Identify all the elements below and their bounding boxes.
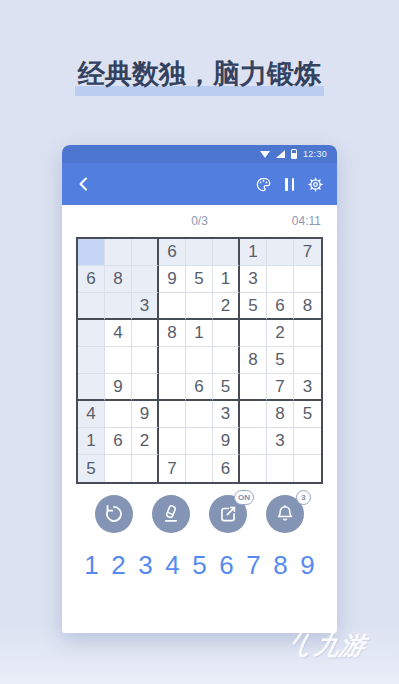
sudoku-cell-r2c3[interactable] (132, 266, 159, 293)
sudoku-cell-r4c8[interactable]: 2 (267, 320, 294, 347)
pause-icon (285, 178, 294, 191)
sudoku-cell-r6c9[interactable]: 3 (294, 374, 321, 401)
undo-icon (103, 503, 125, 525)
sudoku-cell-r3c2[interactable] (105, 293, 132, 320)
numpad-8[interactable]: 8 (267, 550, 294, 581)
sudoku-cell-r1c6[interactable] (213, 239, 240, 266)
sudoku-cell-r4c6[interactable] (213, 320, 240, 347)
action-bar: ON 3 (62, 495, 337, 533)
sudoku-cell-r7c7[interactable] (240, 401, 267, 428)
palette-icon (255, 176, 272, 193)
sudoku-cell-r6c4[interactable] (159, 374, 186, 401)
sudoku-cell-r8c1[interactable]: 1 (78, 428, 105, 455)
sudoku-cell-r1c4[interactable]: 6 (159, 239, 186, 266)
hint-button[interactable]: 3 (266, 495, 304, 533)
sudoku-cell-r4c4[interactable]: 8 (159, 320, 186, 347)
sudoku-cell-r2c1[interactable]: 6 (78, 266, 105, 293)
phone-mockup: 12:30 (62, 145, 337, 633)
app-header: 12:30 (62, 145, 337, 205)
sudoku-cell-r5c3[interactable] (132, 347, 159, 374)
numpad-2[interactable]: 2 (105, 550, 132, 581)
watermark: 九游 (285, 629, 368, 662)
sudoku-cell-r4c1[interactable] (78, 320, 105, 347)
sudoku-cell-r2c6[interactable]: 1 (213, 266, 240, 293)
sudoku-cell-r5c4[interactable] (159, 347, 186, 374)
sudoku-cell-r6c5[interactable]: 6 (186, 374, 213, 401)
sudoku-cell-r6c7[interactable] (240, 374, 267, 401)
watermark-text: 九游 (311, 629, 368, 662)
sudoku-cell-r3c8[interactable]: 6 (267, 293, 294, 320)
sudoku-cell-r3c6[interactable]: 2 (213, 293, 240, 320)
sudoku-cell-r8c2[interactable]: 6 (105, 428, 132, 455)
sudoku-cell-r9c6[interactable]: 6 (213, 455, 240, 482)
sudoku-cell-r3c1[interactable] (78, 293, 105, 320)
numpad: 123456789 (78, 550, 321, 581)
back-chevron-icon (75, 175, 93, 193)
sudoku-cell-r6c2[interactable]: 9 (105, 374, 132, 401)
sudoku-cell-r2c4[interactable]: 9 (159, 266, 186, 293)
battery-icon (291, 149, 297, 159)
sudoku-cell-r2c2[interactable]: 8 (105, 266, 132, 293)
sudoku-cell-r7c9[interactable]: 5 (294, 401, 321, 428)
sudoku-cell-r7c2[interactable] (105, 401, 132, 428)
timer: 04:11 (292, 214, 321, 228)
sudoku-cell-r7c8[interactable]: 8 (267, 401, 294, 428)
status-time: 12:30 (303, 149, 327, 159)
signal-icon (276, 150, 285, 158)
page-title-wrap: 经典数独，脑力锻炼 (0, 56, 399, 92)
sudoku-grid: 61768951332568481285965734938516293576 (76, 237, 323, 484)
notes-icon (217, 503, 239, 525)
sudoku-cell-r5c1[interactable] (78, 347, 105, 374)
sudoku-cell-r4c2[interactable]: 4 (105, 320, 132, 347)
gear-icon (307, 176, 324, 193)
sudoku-cell-r7c3[interactable]: 9 (132, 401, 159, 428)
wifi-icon (260, 151, 270, 158)
sudoku-cell-r4c9[interactable] (294, 320, 321, 347)
sudoku-cell-r7c5[interactable] (186, 401, 213, 428)
sudoku-cell-r3c9[interactable]: 8 (294, 293, 321, 320)
sudoku-cell-r6c3[interactable] (132, 374, 159, 401)
undo-button[interactable] (95, 495, 133, 533)
sudoku-cell-r4c3[interactable] (132, 320, 159, 347)
page-title-text: 经典数独，脑力锻炼 (78, 59, 321, 89)
eraser-button[interactable] (152, 495, 190, 533)
page: 经典数独，脑力锻炼 12:30 (0, 0, 399, 684)
sudoku-cell-r7c6[interactable]: 3 (213, 401, 240, 428)
page-title: 经典数独，脑力锻炼 (78, 56, 321, 92)
eraser-icon (160, 503, 182, 525)
sudoku-cell-r1c1[interactable] (78, 239, 105, 266)
sudoku-cell-r1c8[interactable] (267, 239, 294, 266)
sudoku-cell-r1c3[interactable] (132, 239, 159, 266)
sudoku-cell-r1c5[interactable] (186, 239, 213, 266)
sudoku-cell-r9c7[interactable] (240, 455, 267, 482)
numpad-6[interactable]: 6 (213, 550, 240, 581)
sudoku-cell-r3c7[interactable]: 5 (240, 293, 267, 320)
theme-button[interactable] (255, 176, 272, 193)
sudoku-cell-r9c3[interactable] (132, 455, 159, 482)
sudoku-cell-r5c8[interactable]: 5 (267, 347, 294, 374)
numpad-4[interactable]: 4 (159, 550, 186, 581)
sudoku-cell-r6c8[interactable]: 7 (267, 374, 294, 401)
toolbar-right (255, 176, 324, 193)
sudoku-cell-r5c2[interactable] (105, 347, 132, 374)
sudoku-cell-r3c4[interactable] (159, 293, 186, 320)
numpad-7[interactable]: 7 (240, 550, 267, 581)
sudoku-cell-r5c9[interactable] (294, 347, 321, 374)
sudoku-cell-r5c5[interactable] (186, 347, 213, 374)
sudoku-cell-r8c4[interactable] (159, 428, 186, 455)
sudoku-cell-r2c9[interactable] (294, 266, 321, 293)
sudoku-cell-r4c5[interactable]: 1 (186, 320, 213, 347)
sudoku-cell-r6c1[interactable] (78, 374, 105, 401)
sudoku-cell-r9c5[interactable] (186, 455, 213, 482)
toolbar (62, 163, 337, 205)
numpad-9[interactable]: 9 (294, 550, 321, 581)
sudoku-cell-r6c6[interactable]: 5 (213, 374, 240, 401)
sudoku-cell-r8c6[interactable]: 9 (213, 428, 240, 455)
hint-count-badge: 3 (296, 490, 311, 505)
sudoku-cell-r4c7[interactable] (240, 320, 267, 347)
numpad-5[interactable]: 5 (186, 550, 213, 581)
sudoku-cell-r8c5[interactable] (186, 428, 213, 455)
notes-button[interactable]: ON (209, 495, 247, 533)
sudoku-cell-r9c4[interactable]: 7 (159, 455, 186, 482)
sudoku-cell-r8c8[interactable]: 3 (267, 428, 294, 455)
sudoku-cell-r7c1[interactable]: 4 (78, 401, 105, 428)
sudoku-cell-r9c9[interactable] (294, 455, 321, 482)
sudoku-cell-r8c9[interactable] (294, 428, 321, 455)
sudoku-cell-r5c6[interactable] (213, 347, 240, 374)
sudoku-cell-r1c7[interactable]: 1 (240, 239, 267, 266)
numpad-1[interactable]: 1 (78, 550, 105, 581)
sudoku-cell-r5c7[interactable]: 8 (240, 347, 267, 374)
sudoku-cell-r8c7[interactable] (240, 428, 267, 455)
sudoku-cell-r2c8[interactable] (267, 266, 294, 293)
sudoku-cell-r1c2[interactable] (105, 239, 132, 266)
back-button[interactable] (75, 175, 93, 193)
info-row: 0/3 04:11 (62, 205, 337, 237)
status-bar: 12:30 (62, 145, 337, 163)
notes-on-badge: ON (234, 490, 254, 505)
settings-button[interactable] (307, 176, 324, 193)
pause-button[interactable] (285, 178, 294, 191)
sudoku-cell-r3c3[interactable]: 3 (132, 293, 159, 320)
sudoku-cell-r2c5[interactable]: 5 (186, 266, 213, 293)
sudoku-cell-r3c5[interactable] (186, 293, 213, 320)
sudoku-cell-r7c4[interactable] (159, 401, 186, 428)
sudoku-cell-r2c7[interactable]: 3 (240, 266, 267, 293)
sudoku-cell-r9c2[interactable] (105, 455, 132, 482)
numpad-3[interactable]: 3 (132, 550, 159, 581)
bell-icon (274, 503, 296, 525)
sudoku-cell-r9c8[interactable] (267, 455, 294, 482)
sudoku-cell-r8c3[interactable]: 2 (132, 428, 159, 455)
sudoku-cell-r9c1[interactable]: 5 (78, 455, 105, 482)
sudoku-cell-r1c9[interactable]: 7 (294, 239, 321, 266)
